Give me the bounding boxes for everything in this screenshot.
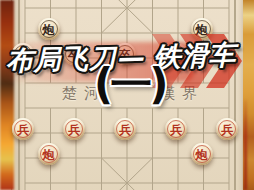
- piece-red-cannon-right[interactable]: 炮: [191, 143, 213, 165]
- piece-red-soldier-4[interactable]: 兵: [165, 118, 187, 140]
- red-piece-character: 兵: [119, 124, 131, 136]
- part-number: (一): [94, 64, 165, 106]
- piece-red-soldier-2[interactable]: 兵: [63, 118, 85, 140]
- black-piece-character: 炮: [196, 24, 208, 36]
- piece-red-soldier-5[interactable]: 兵: [216, 118, 238, 140]
- piece-black-cannon-left[interactable]: 炮: [38, 18, 60, 40]
- red-piece-character: 兵: [17, 124, 29, 136]
- video-frame: 楚河 漢界 炮炮卒卒卒卒卒兵兵兵兵炮炮兵 布局飞刀— 铁滑车 (一): [0, 0, 254, 190]
- red-piece-character: 炮: [196, 149, 208, 161]
- piece-red-cannon-left[interactable]: 炮: [38, 143, 60, 165]
- red-piece-character: 炮: [43, 149, 55, 161]
- piece-red-soldier-3[interactable]: 兵: [114, 118, 136, 140]
- background-left: [0, 0, 14, 190]
- background-red-streak: [244, 100, 247, 190]
- red-piece-character: 兵: [68, 124, 80, 136]
- red-piece-character: 兵: [170, 124, 182, 136]
- piece-red-soldier-1[interactable]: 兵: [12, 118, 34, 140]
- red-piece-character: 兵: [221, 124, 233, 136]
- black-piece-character: 炮: [43, 24, 55, 36]
